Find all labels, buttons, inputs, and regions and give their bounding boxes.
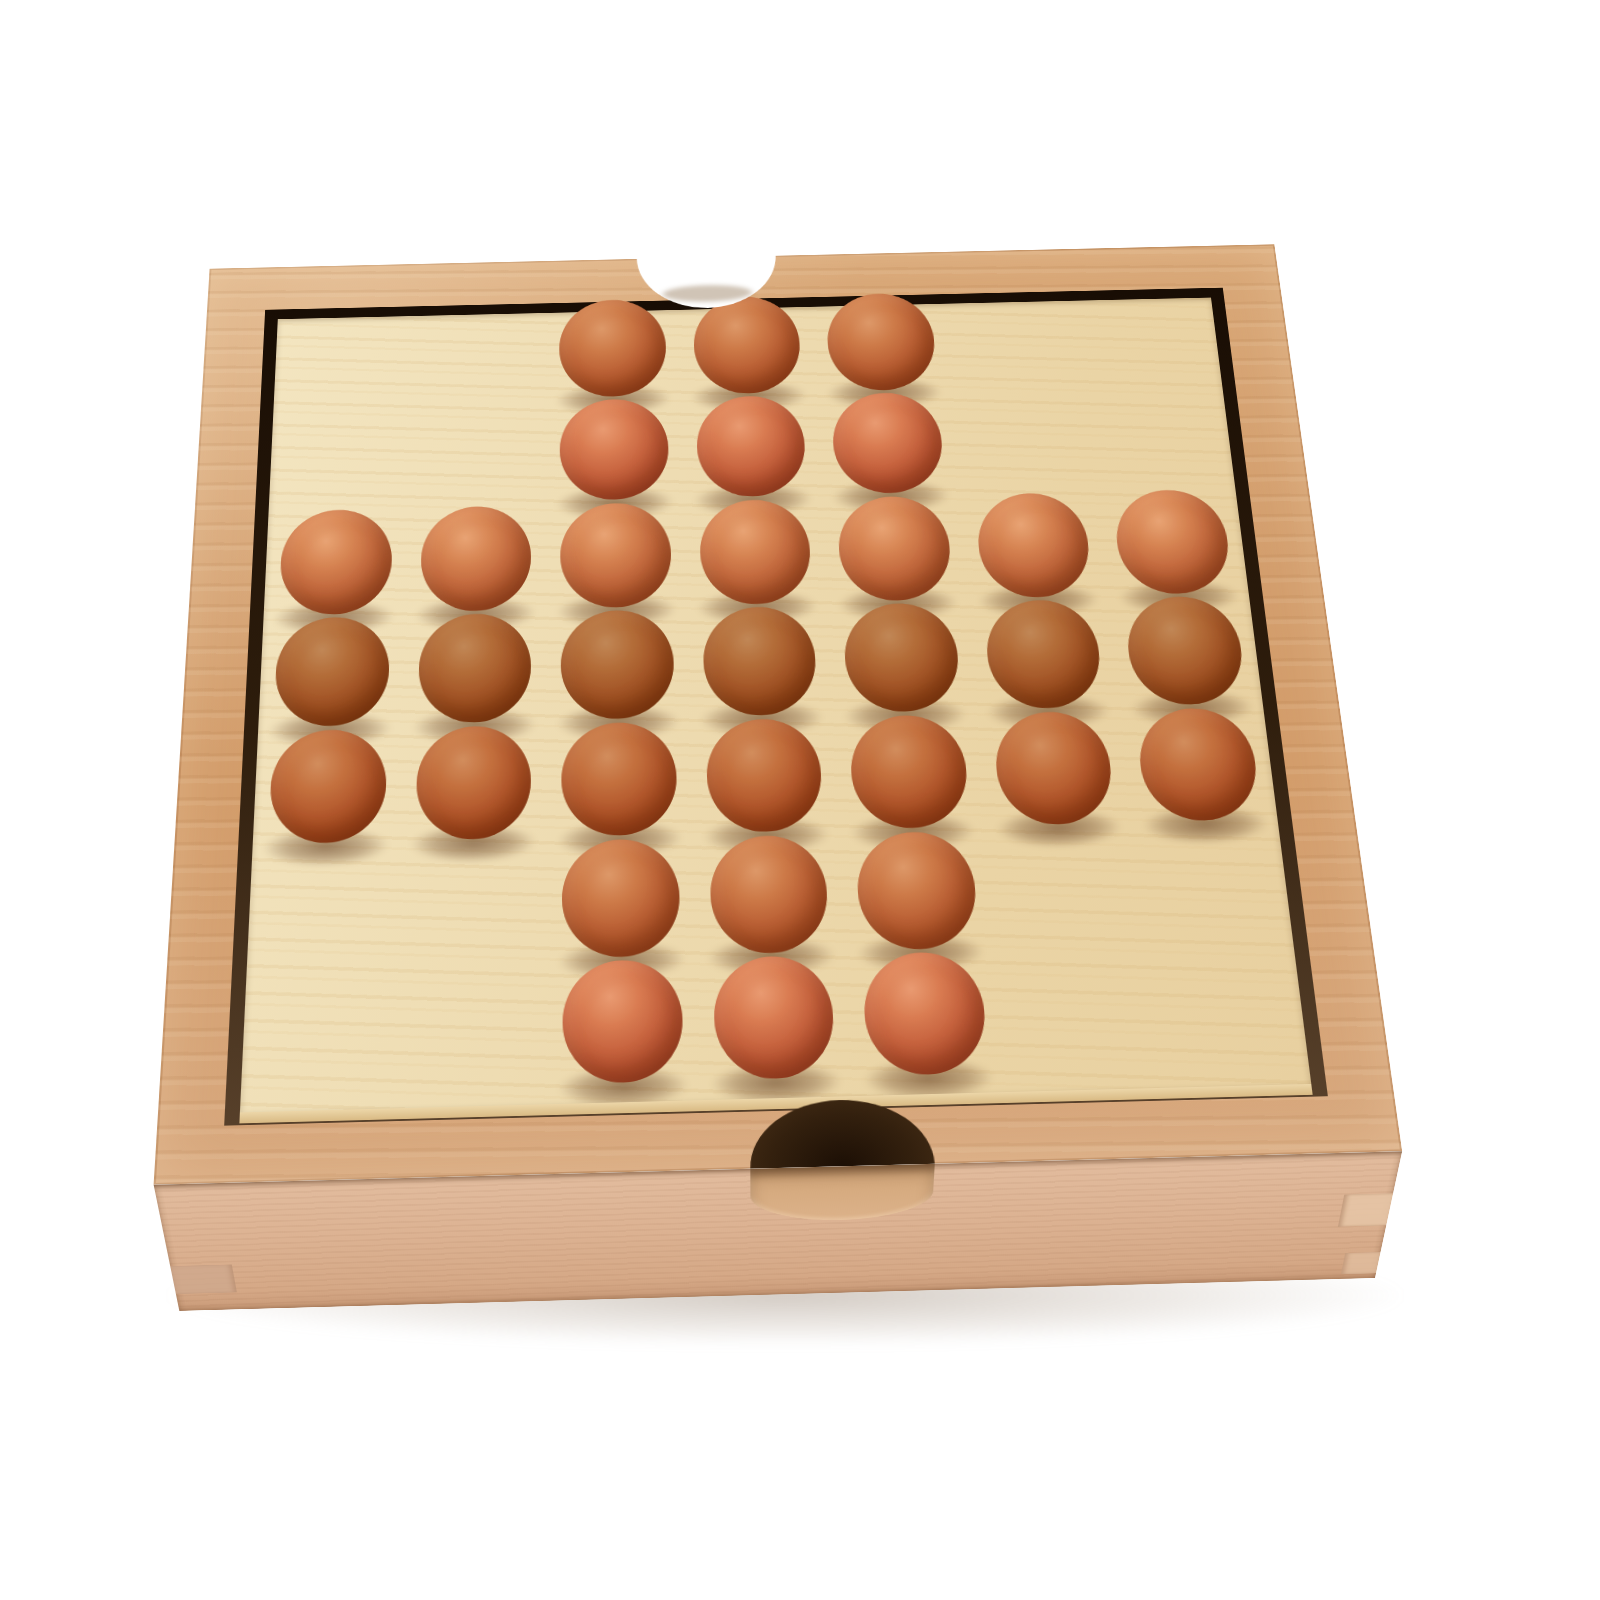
corner-r6c1	[246, 859, 399, 985]
marble-r5c6[interactable]	[992, 711, 1116, 826]
hole-r2c3[interactable]	[545, 410, 684, 517]
corner-r2c1	[268, 416, 409, 524]
hole-r2c5[interactable]	[817, 404, 961, 511]
corner-r1c7	[1078, 298, 1224, 401]
marble-shadow	[269, 710, 391, 750]
corner-r1c2	[409, 313, 545, 416]
marble-r6c3[interactable]	[562, 838, 681, 958]
marble-r2c4[interactable]	[695, 395, 807, 497]
corner-r7c7	[1146, 958, 1311, 1088]
hole-r3c6[interactable]	[961, 504, 1110, 615]
marble-shadow	[708, 935, 835, 978]
marble-shadow	[559, 939, 685, 982]
hole-r5c3[interactable]	[546, 735, 693, 856]
marble-r3c1[interactable]	[278, 509, 392, 616]
marble-r3c4[interactable]	[698, 499, 812, 605]
finger-joint-right	[1338, 1193, 1393, 1226]
marble-r4c2[interactable]	[417, 613, 531, 724]
hole-r1c3[interactable]	[545, 310, 681, 413]
hole-r4c7[interactable]	[1110, 608, 1265, 723]
marble-r4c4[interactable]	[702, 606, 819, 716]
marble-r5c4[interactable]	[705, 718, 824, 833]
finger-joint-right-lower	[1341, 1252, 1381, 1274]
front-finger-notch	[750, 1164, 934, 1223]
hole-r1c4[interactable]	[679, 307, 818, 410]
marble-r7c4[interactable]	[712, 955, 836, 1080]
hole-r3c4[interactable]	[684, 511, 828, 622]
hole-r3c3[interactable]	[546, 514, 688, 626]
marble-r5c1[interactable]	[268, 729, 387, 844]
solitaire-board	[240, 298, 1311, 1113]
hole-r4c4[interactable]	[687, 619, 834, 735]
corner-r1c6	[945, 301, 1088, 404]
hole-r6c3[interactable]	[546, 851, 696, 977]
marble-shadow	[844, 696, 967, 735]
marble-r2c3[interactable]	[560, 398, 670, 500]
marble-r2c5[interactable]	[831, 392, 945, 494]
marble-shadow	[558, 703, 679, 743]
marble-shadow	[558, 819, 682, 860]
hole-r5c5[interactable]	[834, 727, 987, 847]
marble-r4c3[interactable]	[561, 610, 675, 721]
hole-r5c6[interactable]	[978, 724, 1134, 844]
marble-shadow	[411, 822, 535, 863]
corner-r1c1	[273, 316, 412, 420]
corner-r2c7	[1088, 397, 1237, 504]
hole-r6c5[interactable]	[840, 844, 996, 969]
marble-shadow	[864, 1056, 995, 1101]
finger-joint-left	[170, 1264, 237, 1294]
marble-r7c5[interactable]	[862, 951, 989, 1076]
corner-r2c6	[953, 400, 1099, 507]
marble-shadow	[413, 706, 534, 746]
marble-r6c5[interactable]	[855, 830, 979, 949]
marble-r4c7[interactable]	[1123, 596, 1247, 706]
box-top-surface	[154, 244, 1403, 1185]
marble-r6c4[interactable]	[708, 834, 830, 954]
corner-r6c6	[987, 840, 1146, 965]
marble-shadow	[701, 699, 823, 738]
hole-r5c1[interactable]	[252, 742, 402, 863]
marble-r3c5[interactable]	[836, 495, 953, 601]
back-finger-notch	[636, 205, 778, 310]
marble-shadow	[987, 692, 1111, 731]
solitaire-box-stage	[185, 101, 1335, 1251]
marble-r1c4[interactable]	[692, 296, 802, 394]
hole-r4c6[interactable]	[969, 612, 1121, 728]
marble-r4c6[interactable]	[983, 599, 1105, 709]
marble-shadow	[263, 826, 388, 867]
marble-shadow	[559, 1064, 688, 1109]
marble-shadow	[857, 931, 985, 974]
marble-r4c1[interactable]	[273, 616, 389, 727]
marble-shadow	[704, 815, 829, 856]
marble-shadow	[850, 811, 975, 852]
hole-r5c2[interactable]	[399, 738, 546, 859]
solitaire-box	[154, 244, 1403, 1185]
hole-r6c4[interactable]	[693, 848, 846, 974]
hole-r3c2[interactable]	[404, 517, 545, 629]
marble-r3c6[interactable]	[974, 492, 1093, 598]
hole-r7c4[interactable]	[697, 969, 854, 1100]
hole-r3c1[interactable]	[263, 521, 407, 633]
hole-r4c2[interactable]	[402, 626, 546, 742]
marble-r3c2[interactable]	[420, 505, 531, 611]
marble-r5c3[interactable]	[561, 721, 677, 836]
corner-r6c2	[396, 855, 546, 981]
marble-shadow	[1130, 689, 1254, 728]
corner-r7c2	[394, 977, 547, 1108]
hole-r3c7[interactable]	[1099, 501, 1251, 612]
marble-r4c5[interactable]	[842, 603, 961, 713]
marble-r5c7[interactable]	[1135, 707, 1262, 821]
hole-r7c3[interactable]	[547, 973, 701, 1104]
hole-r5c7[interactable]	[1121, 720, 1279, 840]
hole-r4c3[interactable]	[546, 622, 690, 738]
hole-r3c5[interactable]	[823, 507, 970, 618]
marble-r5c5[interactable]	[849, 714, 971, 829]
corner-r7c1	[240, 981, 397, 1112]
marble-shadow	[996, 807, 1122, 848]
hole-r4c1[interactable]	[257, 629, 404, 745]
marble-r3c7[interactable]	[1112, 489, 1234, 595]
hole-r1c5[interactable]	[812, 304, 953, 407]
hole-r7c5[interactable]	[847, 965, 1006, 1096]
corner-r7c6	[996, 962, 1158, 1093]
marble-r5c2[interactable]	[415, 725, 531, 840]
corner-r2c2	[407, 413, 546, 520]
marble-r1c5[interactable]	[825, 292, 937, 390]
product-photo-scene	[0, 0, 1600, 1600]
marble-shadow	[711, 1060, 841, 1105]
board-well	[224, 288, 1328, 1126]
front-notch-shadow-gap	[748, 1098, 935, 1169]
marble-r1c3[interactable]	[559, 299, 667, 398]
hole-r4c5[interactable]	[828, 615, 978, 731]
marble-r3c3[interactable]	[560, 502, 672, 608]
hole-r2c4[interactable]	[681, 407, 822, 514]
marble-r7c3[interactable]	[562, 959, 683, 1084]
marble-shadow	[1142, 804, 1269, 845]
hole-r5c4[interactable]	[690, 731, 840, 852]
corner-r6c7	[1133, 836, 1295, 961]
